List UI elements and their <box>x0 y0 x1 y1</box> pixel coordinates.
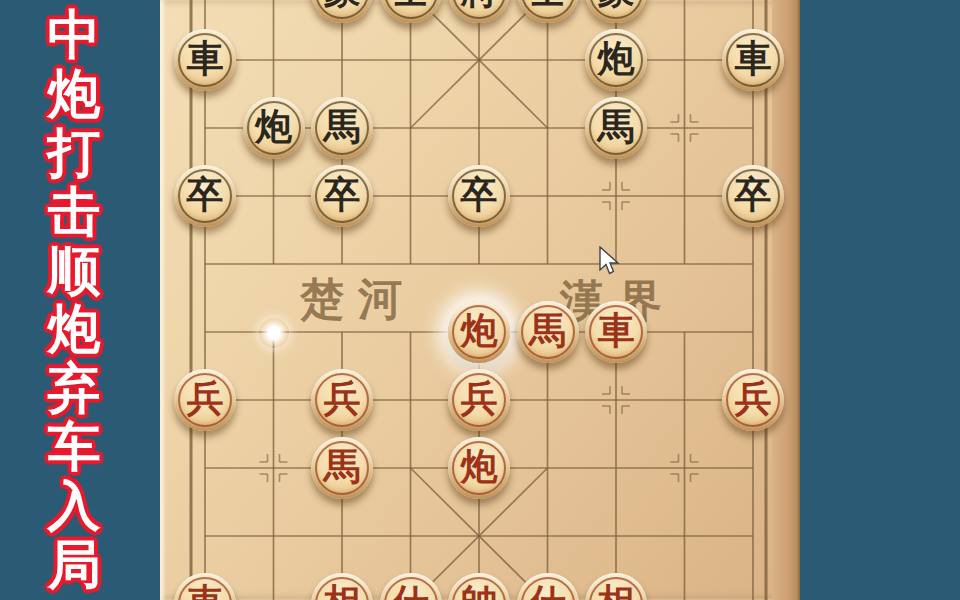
piece-red-炮[interactable]: 炮 <box>448 301 510 363</box>
piece-glyph: 士 <box>392 0 429 16</box>
piece-black-炮[interactable]: 炮 <box>585 29 647 91</box>
piece-black-馬[interactable]: 馬 <box>311 97 373 159</box>
game-screen: { "game": "xiangqi", "banner": { "title"… <box>0 0 960 600</box>
piece-glyph: 炮 <box>255 102 292 152</box>
banner-char: 入 <box>48 477 101 535</box>
piece-glyph: 炮 <box>598 34 635 84</box>
piece-red-炮[interactable]: 炮 <box>448 437 510 499</box>
piece-glyph: 車 <box>187 578 224 600</box>
piece-glyph: 帥 <box>461 578 498 600</box>
river-label-chu-he: 楚河 <box>300 270 416 329</box>
piece-glyph: 相 <box>324 578 361 600</box>
banner-char: 打 <box>48 124 101 182</box>
piece-glyph: 兵 <box>461 374 498 424</box>
piece-black-卒[interactable]: 卒 <box>448 165 510 227</box>
piece-red-兵[interactable]: 兵 <box>311 369 373 431</box>
sparkle-effect <box>259 318 289 348</box>
mouse-cursor <box>598 246 620 280</box>
piece-glyph: 馬 <box>598 102 635 152</box>
banner-char: 击 <box>48 183 101 241</box>
piece-red-兵[interactable]: 兵 <box>174 369 236 431</box>
piece-glyph: 馬 <box>324 442 361 492</box>
piece-black-車[interactable]: 車 <box>174 29 236 91</box>
piece-black-卒[interactable]: 卒 <box>722 165 784 227</box>
piece-glyph: 卒 <box>324 170 361 220</box>
banner-char: 中 <box>48 6 101 64</box>
piece-black-馬[interactable]: 馬 <box>585 97 647 159</box>
piece-glyph: 馬 <box>529 306 566 356</box>
piece-glyph: 士 <box>529 0 566 16</box>
piece-glyph: 卒 <box>735 170 772 220</box>
piece-red-兵[interactable]: 兵 <box>448 369 510 431</box>
piece-glyph: 象 <box>598 0 635 16</box>
banner-char: 炮 <box>48 300 101 358</box>
piece-glyph: 相 <box>598 578 635 600</box>
piece-glyph: 仕 <box>529 578 566 600</box>
banner-char: 局 <box>48 536 101 594</box>
piece-glyph: 炮 <box>461 442 498 492</box>
piece-black-炮[interactable]: 炮 <box>243 97 305 159</box>
piece-glyph: 炮 <box>461 306 498 356</box>
piece-glyph: 馬 <box>324 102 361 152</box>
piece-red-兵[interactable]: 兵 <box>722 369 784 431</box>
piece-glyph: 車 <box>598 306 635 356</box>
banner-char: 顺 <box>48 242 101 300</box>
banner-char: 车 <box>48 418 101 476</box>
piece-glyph: 象 <box>324 0 361 16</box>
piece-black-卒[interactable]: 卒 <box>174 165 236 227</box>
piece-red-馬[interactable]: 馬 <box>311 437 373 499</box>
piece-glyph: 車 <box>187 34 224 84</box>
piece-red-車[interactable]: 車 <box>585 301 647 363</box>
piece-glyph: 兵 <box>324 374 361 424</box>
piece-glyph: 車 <box>735 34 772 84</box>
piece-glyph: 卒 <box>187 170 224 220</box>
piece-red-馬[interactable]: 馬 <box>517 301 579 363</box>
piece-glyph: 兵 <box>187 374 224 424</box>
banner-char: 弃 <box>48 359 101 417</box>
piece-black-車[interactable]: 車 <box>722 29 784 91</box>
piece-glyph: 卒 <box>461 170 498 220</box>
piece-black-卒[interactable]: 卒 <box>311 165 373 227</box>
piece-glyph: 兵 <box>735 374 772 424</box>
title-banner: 中炮打击顺炮弃车入局 <box>0 0 148 600</box>
banner-char: 炮 <box>48 65 101 123</box>
piece-glyph: 仕 <box>392 578 429 600</box>
piece-glyph: 將 <box>461 0 498 16</box>
